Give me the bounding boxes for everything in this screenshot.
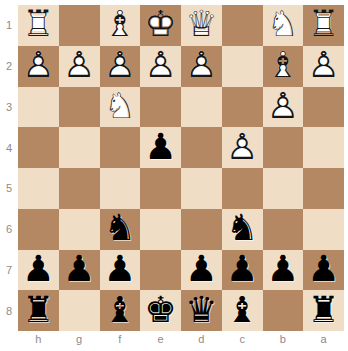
piece-black-king: ♚ bbox=[140, 290, 181, 331]
square-e2[interactable]: ♟♙ bbox=[140, 46, 181, 87]
rank-label-4: 4 bbox=[0, 127, 18, 168]
piece-black-knight: ♞ bbox=[100, 209, 141, 250]
rank-label-2: 2 bbox=[0, 46, 18, 87]
file-label-a: a bbox=[303, 331, 344, 347]
square-h1[interactable]: ♜♖ bbox=[18, 5, 59, 46]
piece-black-pawn: ♟ bbox=[263, 250, 304, 291]
piece-white-rook: ♜♖ bbox=[18, 5, 59, 46]
square-a5[interactable] bbox=[303, 168, 344, 209]
file-label-f: f bbox=[100, 331, 141, 347]
square-b1[interactable]: ♞♘ bbox=[263, 5, 304, 46]
square-b2[interactable]: ♝♗ bbox=[263, 46, 304, 87]
square-d5[interactable] bbox=[181, 168, 222, 209]
square-d7[interactable]: ♟ bbox=[181, 250, 222, 291]
square-c5[interactable] bbox=[222, 168, 263, 209]
rank-label-8: 8 bbox=[0, 290, 18, 331]
square-a4[interactable] bbox=[303, 127, 344, 168]
chess-board-panel: 12345678 ♜♖♝♗♚♔♛♕♞♘♜♖♟♙♟♙♟♙♟♙♟♙♝♗♟♙♞♘♟♙♟… bbox=[0, 0, 348, 351]
square-g4[interactable] bbox=[59, 127, 100, 168]
piece-white-king: ♚♔ bbox=[140, 5, 181, 46]
piece-black-queen: ♛ bbox=[181, 290, 222, 331]
square-c7[interactable]: ♟ bbox=[222, 250, 263, 291]
piece-black-pawn: ♟ bbox=[303, 250, 344, 291]
piece-white-bishop: ♝♗ bbox=[100, 5, 141, 46]
square-c3[interactable] bbox=[222, 87, 263, 128]
square-d3[interactable] bbox=[181, 87, 222, 128]
piece-black-pawn: ♟ bbox=[59, 250, 100, 291]
square-g5[interactable] bbox=[59, 168, 100, 209]
file-label-h: h bbox=[18, 331, 59, 347]
square-c4[interactable]: ♟♙ bbox=[222, 127, 263, 168]
square-b8[interactable] bbox=[263, 290, 304, 331]
piece-white-pawn: ♟♙ bbox=[222, 127, 263, 168]
file-label-c: c bbox=[222, 331, 263, 347]
piece-white-pawn: ♟♙ bbox=[303, 46, 344, 87]
file-label-d: d bbox=[181, 331, 222, 347]
square-a7[interactable]: ♟ bbox=[303, 250, 344, 291]
square-e5[interactable] bbox=[140, 168, 181, 209]
square-b7[interactable]: ♟ bbox=[263, 250, 304, 291]
square-f4[interactable] bbox=[100, 127, 141, 168]
square-g8[interactable] bbox=[59, 290, 100, 331]
square-b6[interactable] bbox=[263, 209, 304, 250]
rank-label-1: 1 bbox=[0, 5, 18, 46]
file-label-b: b bbox=[263, 331, 304, 347]
square-h8[interactable]: ♜ bbox=[18, 290, 59, 331]
square-f3[interactable]: ♞♘ bbox=[100, 87, 141, 128]
file-label-g: g bbox=[59, 331, 100, 347]
square-c1[interactable] bbox=[222, 5, 263, 46]
square-g3[interactable] bbox=[59, 87, 100, 128]
square-d6[interactable] bbox=[181, 209, 222, 250]
piece-white-pawn: ♟♙ bbox=[100, 46, 141, 87]
piece-black-pawn: ♟ bbox=[18, 250, 59, 291]
square-d4[interactable] bbox=[181, 127, 222, 168]
rank-labels: 12345678 bbox=[0, 5, 18, 331]
piece-black-pawn: ♟ bbox=[100, 250, 141, 291]
piece-white-pawn: ♟♙ bbox=[18, 46, 59, 87]
square-b3[interactable]: ♟♙ bbox=[263, 87, 304, 128]
piece-white-pawn: ♟♙ bbox=[181, 46, 222, 87]
piece-white-knight: ♞♘ bbox=[100, 87, 141, 128]
file-label-e: e bbox=[140, 331, 181, 347]
square-h2[interactable]: ♟♙ bbox=[18, 46, 59, 87]
square-e7[interactable] bbox=[140, 250, 181, 291]
square-g1[interactable] bbox=[59, 5, 100, 46]
square-e1[interactable]: ♚♔ bbox=[140, 5, 181, 46]
square-h7[interactable]: ♟ bbox=[18, 250, 59, 291]
square-a2[interactable]: ♟♙ bbox=[303, 46, 344, 87]
square-c6[interactable]: ♞ bbox=[222, 209, 263, 250]
piece-white-queen: ♛♕ bbox=[181, 5, 222, 46]
square-e8[interactable]: ♚ bbox=[140, 290, 181, 331]
piece-white-bishop: ♝♗ bbox=[263, 46, 304, 87]
square-f2[interactable]: ♟♙ bbox=[100, 46, 141, 87]
square-g7[interactable]: ♟ bbox=[59, 250, 100, 291]
rank-label-5: 5 bbox=[0, 168, 18, 209]
square-e6[interactable] bbox=[140, 209, 181, 250]
square-a8[interactable]: ♜ bbox=[303, 290, 344, 331]
piece-black-pawn: ♟ bbox=[222, 250, 263, 291]
square-b4[interactable] bbox=[263, 127, 304, 168]
piece-white-pawn: ♟♙ bbox=[140, 46, 181, 87]
square-h5[interactable] bbox=[18, 168, 59, 209]
square-f1[interactable]: ♝♗ bbox=[100, 5, 141, 46]
square-a6[interactable] bbox=[303, 209, 344, 250]
square-h4[interactable] bbox=[18, 127, 59, 168]
square-d8[interactable]: ♛ bbox=[181, 290, 222, 331]
square-h6[interactable] bbox=[18, 209, 59, 250]
piece-white-rook: ♜♖ bbox=[303, 5, 344, 46]
square-a3[interactable] bbox=[303, 87, 344, 128]
piece-black-pawn: ♟ bbox=[181, 250, 222, 291]
square-e3[interactable] bbox=[140, 87, 181, 128]
square-f7[interactable]: ♟ bbox=[100, 250, 141, 291]
rank-label-3: 3 bbox=[0, 87, 18, 128]
square-h3[interactable] bbox=[18, 87, 59, 128]
square-e4[interactable]: ♟ bbox=[140, 127, 181, 168]
piece-black-bishop: ♝ bbox=[222, 290, 263, 331]
chess-board: ♜♖♝♗♚♔♛♕♞♘♜♖♟♙♟♙♟♙♟♙♟♙♝♗♟♙♞♘♟♙♟♟♙♞♞♟♟♟♟♟… bbox=[18, 5, 344, 331]
rank-label-6: 6 bbox=[0, 209, 18, 250]
piece-black-pawn: ♟ bbox=[140, 127, 181, 168]
piece-white-pawn: ♟♙ bbox=[263, 87, 304, 128]
piece-white-knight: ♞♘ bbox=[263, 5, 304, 46]
square-g2[interactable]: ♟♙ bbox=[59, 46, 100, 87]
square-c8[interactable]: ♝ bbox=[222, 290, 263, 331]
square-d1[interactable]: ♛♕ bbox=[181, 5, 222, 46]
square-g6[interactable] bbox=[59, 209, 100, 250]
piece-black-bishop: ♝ bbox=[100, 290, 141, 331]
square-c2[interactable] bbox=[222, 46, 263, 87]
square-f8[interactable]: ♝ bbox=[100, 290, 141, 331]
file-labels: hgfedcba bbox=[18, 331, 344, 347]
piece-black-rook: ♜ bbox=[18, 290, 59, 331]
piece-black-rook: ♜ bbox=[303, 290, 344, 331]
square-d2[interactable]: ♟♙ bbox=[181, 46, 222, 87]
square-f6[interactable]: ♞ bbox=[100, 209, 141, 250]
piece-white-pawn: ♟♙ bbox=[59, 46, 100, 87]
square-b5[interactable] bbox=[263, 168, 304, 209]
piece-black-knight: ♞ bbox=[222, 209, 263, 250]
square-f5[interactable] bbox=[100, 168, 141, 209]
rank-label-7: 7 bbox=[0, 250, 18, 291]
square-a1[interactable]: ♜♖ bbox=[303, 5, 344, 46]
